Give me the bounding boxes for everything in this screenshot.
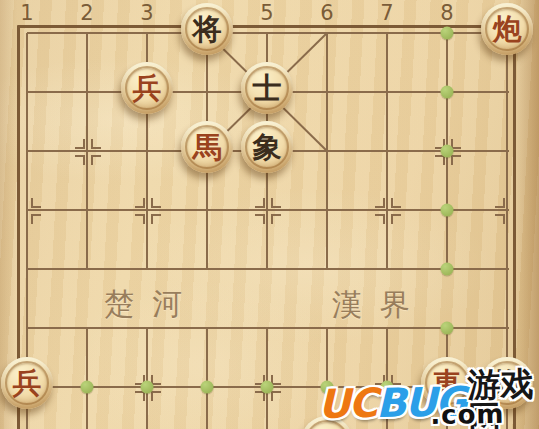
file-label: 7 [380,1,393,25]
point-marker [271,214,281,224]
watermark-domain-text: .com [430,399,505,429]
point-marker [151,391,161,401]
move-dot[interactable] [441,145,454,158]
point-marker [75,155,85,165]
watermark: UCBUG游戏网 .com [318,367,537,429]
move-dot[interactable] [81,381,94,394]
point-marker [391,214,401,224]
point-marker [391,198,401,208]
piece-character: 象 [253,133,282,162]
move-dot[interactable] [441,27,454,40]
piece-character: 兵 [13,369,42,398]
file-line-bottom [146,328,148,429]
watermark-uc-text: UC [318,380,377,427]
piece-black-elephant[interactable]: 象 [241,121,293,173]
file-label: 8 [440,1,453,25]
rank-line [27,268,509,270]
piece-red-soldier[interactable]: 兵 [121,62,173,114]
point-marker [91,139,101,149]
point-marker [135,214,145,224]
piece-black-advisor[interactable]: 士 [241,62,293,114]
file-line-bottom [86,328,88,429]
river-label-chu-he: 楚河 [104,284,200,325]
point-marker [495,198,505,208]
point-marker [451,155,461,165]
file-line-top [86,33,88,269]
move-dot[interactable] [441,263,454,276]
point-marker [75,139,85,149]
file-label: 5 [260,1,273,25]
move-dot[interactable] [201,381,214,394]
piece-character: 将 [193,15,222,44]
point-marker [255,214,265,224]
point-marker [375,198,385,208]
point-marker [271,391,281,401]
file-line-bottom [206,328,208,429]
point-marker [31,214,41,224]
point-marker [255,198,265,208]
point-marker [151,198,161,208]
point-marker [135,198,145,208]
piece-character: 兵 [133,74,162,103]
piece-red-horse[interactable]: 馬 [181,121,233,173]
point-marker [151,214,161,224]
rank-line [27,32,509,34]
file-line-top [386,33,388,269]
piece-character: 炮 [493,15,522,44]
rank-line [27,327,509,329]
point-marker [375,214,385,224]
move-dot[interactable] [141,381,154,394]
piece-red-soldier[interactable]: 兵 [1,357,53,409]
move-dot[interactable] [441,86,454,99]
piece-red-cannon[interactable]: 炮 [481,3,533,55]
point-marker [31,198,41,208]
point-marker [495,214,505,224]
move-dot[interactable] [261,381,274,394]
piece-black-general[interactable]: 将 [181,3,233,55]
river-label-han-jie: 漢界 [332,285,428,326]
piece-character: 士 [253,74,282,103]
move-dot[interactable] [441,322,454,335]
move-dot[interactable] [441,204,454,217]
file-label: 3 [140,1,153,25]
rank-line [27,209,509,211]
xiangqi-board-scene: 楚河 漢界 123456789 将炮兵士馬象兵車炮 UCBUG游戏网 .com [0,0,539,429]
file-label: 2 [80,1,93,25]
file-line-bottom [266,328,268,429]
file-label: 1 [20,1,33,25]
file-line-top [326,33,328,269]
file-label: 6 [320,1,333,25]
point-marker [271,198,281,208]
point-marker [91,155,101,165]
piece-character: 馬 [193,133,222,162]
